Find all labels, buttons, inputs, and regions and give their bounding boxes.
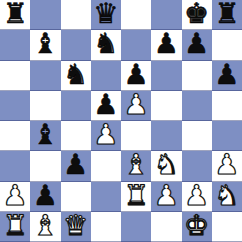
square-c1[interactable]: ♛ <box>61 212 91 242</box>
square-f2[interactable]: ♟ <box>151 182 181 212</box>
square-b5[interactable] <box>30 91 60 121</box>
square-e5[interactable]: ♟ <box>121 91 151 121</box>
piece-white-pawn-icon[interactable]: ♟ <box>154 182 179 210</box>
piece-white-pawn-icon[interactable]: ♟ <box>124 91 149 119</box>
square-b1[interactable]: ♝ <box>30 212 60 242</box>
piece-white-queen-icon[interactable]: ♛ <box>63 212 88 240</box>
square-h6[interactable]: ♟ <box>212 61 242 91</box>
square-h7[interactable] <box>212 30 242 60</box>
piece-white-bishop-icon[interactable]: ♝ <box>33 212 58 240</box>
piece-white-bishop-icon[interactable]: ♝ <box>124 151 149 179</box>
chess-board: ♜♛♚♜♝♞♟♟♞♟♟♟♟♝♟♟♝♞♟♟♟♜♟♟♞♜♝♛♚ <box>0 0 242 242</box>
piece-black-pawn-icon[interactable]: ♟ <box>33 182 58 210</box>
square-e3[interactable]: ♝ <box>121 151 151 181</box>
square-a2[interactable]: ♟ <box>0 182 30 212</box>
square-c3[interactable]: ♟ <box>61 151 91 181</box>
square-d3[interactable] <box>91 151 121 181</box>
square-c6[interactable]: ♞ <box>61 61 91 91</box>
piece-white-rook-icon[interactable]: ♜ <box>124 182 149 210</box>
piece-black-pawn-icon[interactable]: ♟ <box>93 91 118 119</box>
piece-black-queen-icon[interactable]: ♛ <box>93 0 118 28</box>
square-a5[interactable] <box>0 91 30 121</box>
square-e7[interactable] <box>121 30 151 60</box>
square-e1[interactable] <box>121 212 151 242</box>
piece-black-bishop-icon[interactable]: ♝ <box>33 121 58 149</box>
square-f1[interactable] <box>151 212 181 242</box>
square-a6[interactable] <box>0 61 30 91</box>
square-a7[interactable] <box>0 30 30 60</box>
square-h3[interactable]: ♟ <box>212 151 242 181</box>
piece-black-knight-icon[interactable]: ♞ <box>63 61 88 89</box>
piece-black-rook-icon[interactable]: ♜ <box>3 0 28 28</box>
square-d7[interactable]: ♞ <box>91 30 121 60</box>
square-c2[interactable] <box>61 182 91 212</box>
piece-black-king-icon[interactable]: ♚ <box>184 0 209 28</box>
square-g4[interactable] <box>182 121 212 151</box>
square-d4[interactable]: ♟ <box>91 121 121 151</box>
square-d1[interactable] <box>91 212 121 242</box>
piece-white-pawn-icon[interactable]: ♟ <box>214 151 239 179</box>
piece-black-bishop-icon[interactable]: ♝ <box>33 30 58 58</box>
square-d8[interactable]: ♛ <box>91 0 121 30</box>
piece-white-pawn-icon[interactable]: ♟ <box>184 182 209 210</box>
square-d6[interactable] <box>91 61 121 91</box>
piece-black-pawn-icon[interactable]: ♟ <box>214 61 239 89</box>
square-a3[interactable] <box>0 151 30 181</box>
square-f4[interactable] <box>151 121 181 151</box>
square-a1[interactable]: ♜ <box>0 212 30 242</box>
square-b6[interactable] <box>30 61 60 91</box>
square-e8[interactable] <box>121 0 151 30</box>
square-b4[interactable]: ♝ <box>30 121 60 151</box>
square-e4[interactable] <box>121 121 151 151</box>
square-b7[interactable]: ♝ <box>30 30 60 60</box>
square-h1[interactable] <box>212 212 242 242</box>
square-d2[interactable] <box>91 182 121 212</box>
square-g3[interactable] <box>182 151 212 181</box>
square-e6[interactable]: ♟ <box>121 61 151 91</box>
square-c5[interactable] <box>61 91 91 121</box>
piece-black-knight-icon[interactable]: ♞ <box>93 30 118 58</box>
square-a4[interactable] <box>0 121 30 151</box>
square-h4[interactable] <box>212 121 242 151</box>
square-b2[interactable]: ♟ <box>30 182 60 212</box>
square-d5[interactable]: ♟ <box>91 91 121 121</box>
square-g2[interactable]: ♟ <box>182 182 212 212</box>
square-h8[interactable]: ♜ <box>212 0 242 30</box>
piece-white-pawn-icon[interactable]: ♟ <box>3 182 28 210</box>
square-c8[interactable] <box>61 0 91 30</box>
square-c4[interactable] <box>61 121 91 151</box>
square-h5[interactable] <box>212 91 242 121</box>
square-b8[interactable] <box>30 0 60 30</box>
piece-black-pawn-icon[interactable]: ♟ <box>184 30 209 58</box>
square-g1[interactable]: ♚ <box>182 212 212 242</box>
square-c7[interactable] <box>61 30 91 60</box>
square-g6[interactable] <box>182 61 212 91</box>
piece-black-pawn-icon[interactable]: ♟ <box>154 30 179 58</box>
square-a8[interactable]: ♜ <box>0 0 30 30</box>
piece-white-rook-icon[interactable]: ♜ <box>3 212 28 240</box>
piece-white-knight-icon[interactable]: ♞ <box>154 151 179 179</box>
piece-white-pawn-icon[interactable]: ♟ <box>93 121 118 149</box>
piece-black-pawn-icon[interactable]: ♟ <box>63 151 88 179</box>
square-h2[interactable]: ♞ <box>212 182 242 212</box>
square-e2[interactable]: ♜ <box>121 182 151 212</box>
piece-black-pawn-icon[interactable]: ♟ <box>124 61 149 89</box>
square-f8[interactable] <box>151 0 181 30</box>
square-g5[interactable] <box>182 91 212 121</box>
piece-white-king-icon[interactable]: ♚ <box>184 212 209 240</box>
piece-black-rook-icon[interactable]: ♜ <box>214 0 239 28</box>
square-g8[interactable]: ♚ <box>182 0 212 30</box>
square-f7[interactable]: ♟ <box>151 30 181 60</box>
square-f3[interactable]: ♞ <box>151 151 181 181</box>
square-f6[interactable] <box>151 61 181 91</box>
square-g7[interactable]: ♟ <box>182 30 212 60</box>
square-b3[interactable] <box>30 151 60 181</box>
square-f5[interactable] <box>151 91 181 121</box>
piece-white-knight-icon[interactable]: ♞ <box>214 182 239 210</box>
